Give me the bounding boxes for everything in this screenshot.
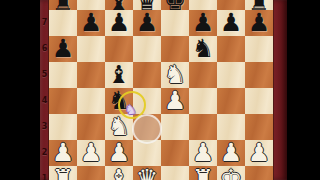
- square-a8[interactable]: ♜: [49, 0, 77, 10]
- piece-black-pawn-a6[interactable]: ♟: [49, 36, 77, 62]
- piece-black-knight-c4[interactable]: ♞: [105, 88, 133, 114]
- board-frame: 87654321 ♜♝♛♚♜♟♟♟♟♟♟♟♞♝♞♞♟♞♟♟♟♟♟♟♜♝♛♜♚: [40, 0, 287, 180]
- piece-white-rook-f1[interactable]: ♜: [189, 166, 217, 180]
- square-f7[interactable]: ♟: [189, 10, 217, 36]
- square-d7[interactable]: ♟: [133, 10, 161, 36]
- piece-black-pawn-d7[interactable]: ♟: [133, 10, 161, 36]
- rank-label-5: 5: [40, 70, 49, 80]
- square-d6[interactable]: [133, 36, 161, 62]
- piece-white-pawn-g2[interactable]: ♟: [217, 140, 245, 166]
- square-g7[interactable]: ♟: [217, 10, 245, 36]
- square-b1[interactable]: [77, 166, 105, 180]
- square-e5[interactable]: ♞: [161, 62, 189, 88]
- piece-white-queen-d1[interactable]: ♛: [133, 166, 161, 180]
- piece-black-bishop-c5[interactable]: ♝: [105, 62, 133, 88]
- square-c7[interactable]: ♟: [105, 10, 133, 36]
- square-g3[interactable]: [217, 114, 245, 140]
- rank-label-3: 3: [40, 122, 49, 132]
- square-b6[interactable]: [77, 36, 105, 62]
- square-d3[interactable]: [133, 114, 161, 140]
- square-h7[interactable]: ♟: [245, 10, 273, 36]
- rank-label-8: 8: [40, 0, 49, 2]
- square-f3[interactable]: [189, 114, 217, 140]
- square-h3[interactable]: [245, 114, 273, 140]
- square-f4[interactable]: [189, 88, 217, 114]
- square-h1[interactable]: [245, 166, 273, 180]
- square-e7[interactable]: [161, 10, 189, 36]
- square-e8[interactable]: ♚: [161, 0, 189, 10]
- square-f6[interactable]: ♞: [189, 36, 217, 62]
- square-h2[interactable]: ♟: [245, 140, 273, 166]
- square-g4[interactable]: [217, 88, 245, 114]
- square-b5[interactable]: [77, 62, 105, 88]
- piece-black-pawn-h7[interactable]: ♟: [245, 10, 273, 36]
- piece-white-bishop-c1[interactable]: ♝: [105, 166, 133, 180]
- square-f5[interactable]: [189, 62, 217, 88]
- square-a3[interactable]: [49, 114, 77, 140]
- square-a5[interactable]: [49, 62, 77, 88]
- square-h4[interactable]: [245, 88, 273, 114]
- piece-black-knight-f6[interactable]: ♞: [189, 36, 217, 62]
- chess-board[interactable]: ♜♝♛♚♜♟♟♟♟♟♟♟♞♝♞♞♟♞♟♟♟♟♟♟♜♝♛♜♚: [49, 0, 273, 180]
- square-a2[interactable]: ♟: [49, 140, 77, 166]
- square-e6[interactable]: [161, 36, 189, 62]
- square-c1[interactable]: ♝: [105, 166, 133, 180]
- rank-label-4: 4: [40, 96, 49, 106]
- square-a4[interactable]: [49, 88, 77, 114]
- piece-white-pawn-h2[interactable]: ♟: [245, 140, 273, 166]
- piece-black-pawn-c7[interactable]: ♟: [105, 10, 133, 36]
- square-c4[interactable]: ♞: [105, 88, 133, 114]
- square-c6[interactable]: [105, 36, 133, 62]
- square-e3[interactable]: [161, 114, 189, 140]
- square-b7[interactable]: ♟: [77, 10, 105, 36]
- square-c2[interactable]: ♟: [105, 140, 133, 166]
- square-d1[interactable]: ♛: [133, 166, 161, 180]
- piece-white-pawn-b2[interactable]: ♟: [77, 140, 105, 166]
- square-a1[interactable]: ♜: [49, 166, 77, 180]
- square-e1[interactable]: [161, 166, 189, 180]
- piece-black-pawn-b7[interactable]: ♟: [77, 10, 105, 36]
- piece-white-rook-a1[interactable]: ♜: [49, 166, 77, 180]
- square-a7[interactable]: [49, 10, 77, 36]
- rank-label-7: 7: [40, 18, 49, 28]
- square-d5[interactable]: [133, 62, 161, 88]
- square-d2[interactable]: [133, 140, 161, 166]
- square-g1[interactable]: ♚: [217, 166, 245, 180]
- square-d4[interactable]: [133, 88, 161, 114]
- square-f2[interactable]: ♟: [189, 140, 217, 166]
- piece-white-pawn-c2[interactable]: ♟: [105, 140, 133, 166]
- piece-black-pawn-f7[interactable]: ♟: [189, 10, 217, 36]
- square-g5[interactable]: [217, 62, 245, 88]
- piece-white-knight-e5[interactable]: ♞: [161, 62, 189, 88]
- piece-black-pawn-g7[interactable]: ♟: [217, 10, 245, 36]
- square-a6[interactable]: ♟: [49, 36, 77, 62]
- square-h5[interactable]: [245, 62, 273, 88]
- piece-white-king-g1[interactable]: ♚: [217, 166, 245, 180]
- piece-white-knight-c3[interactable]: ♞: [105, 114, 133, 140]
- square-f1[interactable]: ♜: [189, 166, 217, 180]
- chessboard-video-frame: 87654321 ♜♝♛♚♜♟♟♟♟♟♟♟♞♝♞♞♟♞♟♟♟♟♟♟♜♝♛♜♚ ♞: [0, 0, 320, 180]
- square-c5[interactable]: ♝: [105, 62, 133, 88]
- rank-label-2: 2: [40, 148, 49, 158]
- piece-white-pawn-a2[interactable]: ♟: [49, 140, 77, 166]
- square-c3[interactable]: ♞: [105, 114, 133, 140]
- square-g2[interactable]: ♟: [217, 140, 245, 166]
- piece-white-pawn-e4[interactable]: ♟: [161, 88, 189, 114]
- square-h6[interactable]: [245, 36, 273, 62]
- square-g6[interactable]: [217, 36, 245, 62]
- square-b4[interactable]: [77, 88, 105, 114]
- rank-label-1: 1: [40, 174, 49, 180]
- square-e2[interactable]: [161, 140, 189, 166]
- square-b3[interactable]: [77, 114, 105, 140]
- piece-white-pawn-f2[interactable]: ♟: [189, 140, 217, 166]
- rank-label-6: 6: [40, 44, 49, 54]
- square-e4[interactable]: ♟: [161, 88, 189, 114]
- square-b2[interactable]: ♟: [77, 140, 105, 166]
